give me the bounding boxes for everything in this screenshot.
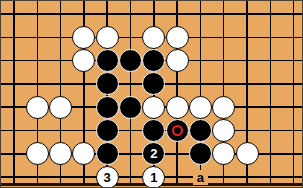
black-stone bbox=[142, 72, 165, 95]
grid-line-v bbox=[13, 1, 15, 183]
white-stone bbox=[72, 49, 95, 72]
red-circle-marker-icon bbox=[172, 125, 183, 136]
go-board: 231a bbox=[0, 0, 303, 188]
white-stone bbox=[72, 26, 95, 49]
white-stone bbox=[96, 26, 119, 49]
point-label-a: a bbox=[193, 170, 208, 185]
grid-line-v bbox=[130, 1, 132, 183]
black-stone bbox=[119, 96, 142, 119]
white-stone-numbered: 3 bbox=[96, 166, 119, 188]
white-stone bbox=[166, 26, 189, 49]
white-stone bbox=[26, 96, 49, 119]
grid-line-v bbox=[270, 1, 272, 183]
black-stone-circle-marked bbox=[166, 119, 189, 142]
black-stone bbox=[142, 119, 165, 142]
white-stone bbox=[212, 119, 235, 142]
grid-line-v bbox=[293, 1, 295, 183]
white-stone bbox=[142, 96, 165, 119]
white-stone bbox=[49, 142, 72, 165]
white-stone-numbered: 1 bbox=[142, 166, 165, 188]
black-stone bbox=[96, 72, 119, 95]
white-stone bbox=[26, 142, 49, 165]
white-stone bbox=[189, 96, 212, 119]
white-stone bbox=[236, 142, 259, 165]
black-stone bbox=[142, 49, 165, 72]
black-stone bbox=[189, 119, 212, 142]
white-stone bbox=[166, 96, 189, 119]
black-stone bbox=[119, 49, 142, 72]
white-stone bbox=[212, 96, 235, 119]
black-stone bbox=[96, 119, 119, 142]
grid-line-h bbox=[1, 13, 302, 15]
black-stone bbox=[189, 142, 212, 165]
black-stone bbox=[96, 49, 119, 72]
white-stone bbox=[142, 26, 165, 49]
white-stone bbox=[166, 49, 189, 72]
black-stone bbox=[96, 96, 119, 119]
white-stone bbox=[72, 142, 95, 165]
black-stone bbox=[96, 142, 119, 165]
white-stone bbox=[212, 142, 235, 165]
white-stone bbox=[49, 96, 72, 119]
black-stone-numbered: 2 bbox=[142, 142, 165, 165]
